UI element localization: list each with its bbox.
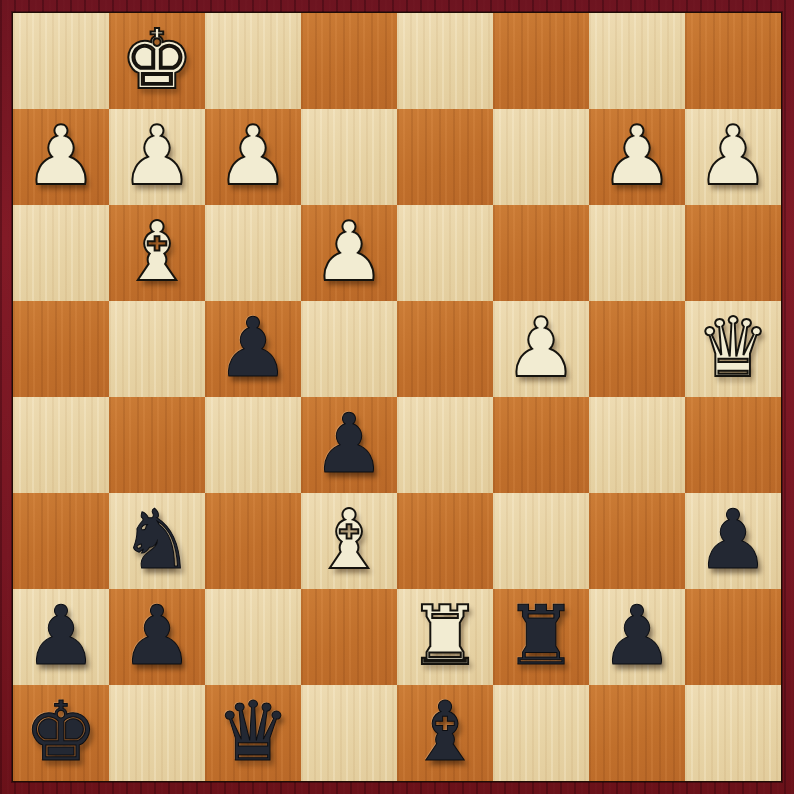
square-g6[interactable]: ♞ <box>109 493 205 589</box>
square-e1[interactable] <box>301 13 397 109</box>
square-b8[interactable] <box>589 685 685 781</box>
piece-black-king: ♚ <box>13 685 109 781</box>
square-c1[interactable] <box>493 13 589 109</box>
square-h4[interactable] <box>13 301 109 397</box>
square-e8[interactable] <box>301 685 397 781</box>
piece-white-pawn: ♟ <box>589 109 685 205</box>
piece-white-bishop: ♝ <box>301 493 397 589</box>
piece-black-pawn: ♟ <box>301 397 397 493</box>
square-f1[interactable] <box>205 13 301 109</box>
square-a3[interactable] <box>685 205 781 301</box>
square-b5[interactable] <box>589 397 685 493</box>
square-c5[interactable] <box>493 397 589 493</box>
piece-black-pawn: ♟ <box>205 301 301 397</box>
square-f8[interactable]: ♛ <box>205 685 301 781</box>
square-b4[interactable] <box>589 301 685 397</box>
square-g8[interactable] <box>109 685 205 781</box>
square-f4[interactable]: ♟ <box>205 301 301 397</box>
piece-black-knight: ♞ <box>109 493 205 589</box>
square-h8[interactable]: ♚ <box>13 685 109 781</box>
piece-white-rook: ♜ <box>397 589 493 685</box>
square-c8[interactable] <box>493 685 589 781</box>
square-b7[interactable]: ♟ <box>589 589 685 685</box>
square-h1[interactable] <box>13 13 109 109</box>
square-a8[interactable] <box>685 685 781 781</box>
piece-white-pawn: ♟ <box>493 301 589 397</box>
square-e4[interactable] <box>301 301 397 397</box>
square-f6[interactable] <box>205 493 301 589</box>
piece-white-pawn: ♟ <box>685 109 781 205</box>
square-f7[interactable] <box>205 589 301 685</box>
square-a2[interactable]: ♟ <box>685 109 781 205</box>
square-d1[interactable] <box>397 13 493 109</box>
square-a6[interactable]: ♟ <box>685 493 781 589</box>
square-c3[interactable] <box>493 205 589 301</box>
piece-black-bishop: ♝ <box>397 685 493 781</box>
square-b2[interactable]: ♟ <box>589 109 685 205</box>
piece-white-king: ♚ <box>109 13 205 109</box>
square-f5[interactable] <box>205 397 301 493</box>
square-c4[interactable]: ♟ <box>493 301 589 397</box>
square-c6[interactable] <box>493 493 589 589</box>
square-a4[interactable]: ♛ <box>685 301 781 397</box>
square-a1[interactable] <box>685 13 781 109</box>
square-e3[interactable]: ♟ <box>301 205 397 301</box>
piece-black-rook: ♜ <box>493 589 589 685</box>
square-b1[interactable] <box>589 13 685 109</box>
piece-black-pawn: ♟ <box>589 589 685 685</box>
square-e2[interactable] <box>301 109 397 205</box>
square-d4[interactable] <box>397 301 493 397</box>
square-e6[interactable]: ♝ <box>301 493 397 589</box>
piece-black-queen: ♛ <box>205 685 301 781</box>
square-e5[interactable]: ♟ <box>301 397 397 493</box>
piece-white-pawn: ♟ <box>13 109 109 205</box>
square-c2[interactable] <box>493 109 589 205</box>
square-h3[interactable] <box>13 205 109 301</box>
piece-white-pawn: ♟ <box>109 109 205 205</box>
square-d2[interactable] <box>397 109 493 205</box>
square-c7[interactable]: ♜ <box>493 589 589 685</box>
piece-white-pawn: ♟ <box>205 109 301 205</box>
chess-board-frame: ♚♟♟♟♟♟♝♟♟♟♛♟♞♝♟♟♟♜♜♟♚♛♝ <box>0 0 794 794</box>
square-g2[interactable]: ♟ <box>109 109 205 205</box>
square-f3[interactable] <box>205 205 301 301</box>
chess-board: ♚♟♟♟♟♟♝♟♟♟♛♟♞♝♟♟♟♜♜♟♚♛♝ <box>12 12 782 782</box>
square-h7[interactable]: ♟ <box>13 589 109 685</box>
square-d8[interactable]: ♝ <box>397 685 493 781</box>
square-a5[interactable] <box>685 397 781 493</box>
piece-black-pawn: ♟ <box>109 589 205 685</box>
piece-black-pawn: ♟ <box>685 493 781 589</box>
square-g3[interactable]: ♝ <box>109 205 205 301</box>
square-d3[interactable] <box>397 205 493 301</box>
piece-white-bishop: ♝ <box>109 205 205 301</box>
square-g7[interactable]: ♟ <box>109 589 205 685</box>
square-g5[interactable] <box>109 397 205 493</box>
square-f2[interactable]: ♟ <box>205 109 301 205</box>
square-a7[interactable] <box>685 589 781 685</box>
square-e7[interactable] <box>301 589 397 685</box>
square-b6[interactable] <box>589 493 685 589</box>
piece-black-pawn: ♟ <box>13 589 109 685</box>
square-d7[interactable]: ♜ <box>397 589 493 685</box>
square-d6[interactable] <box>397 493 493 589</box>
square-g4[interactable] <box>109 301 205 397</box>
square-b3[interactable] <box>589 205 685 301</box>
square-d5[interactable] <box>397 397 493 493</box>
piece-white-queen: ♛ <box>685 301 781 397</box>
square-g1[interactable]: ♚ <box>109 13 205 109</box>
piece-white-pawn: ♟ <box>301 205 397 301</box>
square-h6[interactable] <box>13 493 109 589</box>
square-h2[interactable]: ♟ <box>13 109 109 205</box>
square-h5[interactable] <box>13 397 109 493</box>
